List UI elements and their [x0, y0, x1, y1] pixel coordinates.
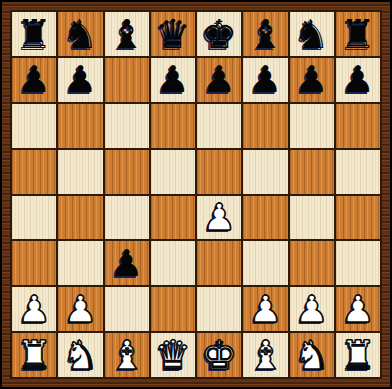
square-h5[interactable]: [336, 150, 380, 194]
square-d6[interactable]: [151, 104, 195, 148]
square-f3[interactable]: [243, 241, 287, 285]
square-b8[interactable]: ♞: [58, 12, 102, 56]
square-e5[interactable]: [197, 150, 241, 194]
square-d4[interactable]: [151, 196, 195, 240]
white-bishop[interactable]: ♝: [247, 335, 283, 375]
square-e1[interactable]: ♚: [197, 333, 241, 377]
square-h3[interactable]: [336, 241, 380, 285]
square-g6[interactable]: [290, 104, 334, 148]
square-e7[interactable]: ♟: [197, 58, 241, 102]
black-rook[interactable]: ♜: [16, 14, 52, 54]
square-a6[interactable]: [12, 104, 56, 148]
black-pawn[interactable]: ♟: [110, 245, 143, 282]
black-knight[interactable]: ♞: [294, 14, 330, 54]
black-pawn[interactable]: ♟: [156, 61, 189, 98]
square-b4[interactable]: [58, 196, 102, 240]
white-pawn[interactable]: ♟: [203, 199, 236, 236]
black-bishop[interactable]: ♝: [109, 14, 145, 54]
square-d1[interactable]: ♛: [151, 333, 195, 377]
square-c1[interactable]: ♝: [105, 333, 149, 377]
square-h7[interactable]: ♟: [336, 58, 380, 102]
black-pawn[interactable]: ♟: [18, 61, 51, 98]
square-a3[interactable]: [12, 241, 56, 285]
square-c3[interactable]: ♟: [105, 241, 149, 285]
square-h8[interactable]: ♜: [336, 12, 380, 56]
square-g1[interactable]: ♞: [290, 333, 334, 377]
square-e8[interactable]: ♚: [197, 12, 241, 56]
square-g2[interactable]: ♟: [290, 287, 334, 331]
square-f2[interactable]: ♟: [243, 287, 287, 331]
square-d3[interactable]: [151, 241, 195, 285]
chess-board: ♜♞♝♛♚♝♞♜♟♟♟♟♟♟♟♟♟♟♟♟♟♟♜♞♝♛♚♝♞♜: [10, 10, 382, 379]
square-b7[interactable]: ♟: [58, 58, 102, 102]
white-pawn[interactable]: ♟: [249, 291, 282, 328]
black-knight[interactable]: ♞: [62, 14, 98, 54]
black-bishop[interactable]: ♝: [247, 14, 283, 54]
white-knight[interactable]: ♞: [294, 335, 330, 375]
black-pawn[interactable]: ♟: [295, 61, 328, 98]
square-a1[interactable]: ♜: [12, 333, 56, 377]
square-c7[interactable]: [105, 58, 149, 102]
square-c8[interactable]: ♝: [105, 12, 149, 56]
square-e2[interactable]: [197, 287, 241, 331]
square-d8[interactable]: ♛: [151, 12, 195, 56]
white-bishop[interactable]: ♝: [109, 335, 145, 375]
square-d5[interactable]: [151, 150, 195, 194]
white-queen[interactable]: ♛: [155, 335, 191, 375]
square-b3[interactable]: [58, 241, 102, 285]
square-c6[interactable]: [105, 104, 149, 148]
square-e3[interactable]: [197, 241, 241, 285]
square-a8[interactable]: ♜: [12, 12, 56, 56]
square-a5[interactable]: [12, 150, 56, 194]
black-king[interactable]: ♚: [201, 14, 237, 54]
square-a4[interactable]: [12, 196, 56, 240]
square-c4[interactable]: [105, 196, 149, 240]
black-pawn[interactable]: ♟: [341, 61, 374, 98]
square-f5[interactable]: [243, 150, 287, 194]
square-f4[interactable]: [243, 196, 287, 240]
square-d7[interactable]: ♟: [151, 58, 195, 102]
black-pawn[interactable]: ♟: [249, 61, 282, 98]
square-b6[interactable]: [58, 104, 102, 148]
square-h4[interactable]: [336, 196, 380, 240]
square-a2[interactable]: ♟: [12, 287, 56, 331]
square-f7[interactable]: ♟: [243, 58, 287, 102]
square-c2[interactable]: [105, 287, 149, 331]
square-e4[interactable]: ♟: [197, 196, 241, 240]
black-queen[interactable]: ♛: [155, 14, 191, 54]
square-h1[interactable]: ♜: [336, 333, 380, 377]
white-pawn[interactable]: ♟: [18, 291, 51, 328]
square-e6[interactable]: [197, 104, 241, 148]
square-h6[interactable]: [336, 104, 380, 148]
square-g4[interactable]: [290, 196, 334, 240]
square-g8[interactable]: ♞: [290, 12, 334, 56]
black-pawn[interactable]: ♟: [203, 61, 236, 98]
square-f8[interactable]: ♝: [243, 12, 287, 56]
black-pawn[interactable]: ♟: [64, 61, 97, 98]
white-pawn[interactable]: ♟: [295, 291, 328, 328]
white-pawn[interactable]: ♟: [64, 291, 97, 328]
square-a7[interactable]: ♟: [12, 58, 56, 102]
square-b1[interactable]: ♞: [58, 333, 102, 377]
square-f1[interactable]: ♝: [243, 333, 287, 377]
white-pawn[interactable]: ♟: [341, 291, 374, 328]
white-knight[interactable]: ♞: [62, 335, 98, 375]
square-g3[interactable]: [290, 241, 334, 285]
square-b5[interactable]: [58, 150, 102, 194]
white-rook[interactable]: ♜: [340, 335, 376, 375]
black-rook[interactable]: ♜: [340, 14, 376, 54]
white-rook[interactable]: ♜: [16, 335, 52, 375]
board-frame: ♜♞♝♛♚♝♞♜♟♟♟♟♟♟♟♟♟♟♟♟♟♟♜♞♝♛♚♝♞♜: [0, 0, 392, 389]
square-c5[interactable]: [105, 150, 149, 194]
square-d2[interactable]: [151, 287, 195, 331]
square-b2[interactable]: ♟: [58, 287, 102, 331]
square-g5[interactable]: [290, 150, 334, 194]
white-king[interactable]: ♚: [201, 335, 237, 375]
square-f6[interactable]: [243, 104, 287, 148]
square-g7[interactable]: ♟: [290, 58, 334, 102]
square-h2[interactable]: ♟: [336, 287, 380, 331]
